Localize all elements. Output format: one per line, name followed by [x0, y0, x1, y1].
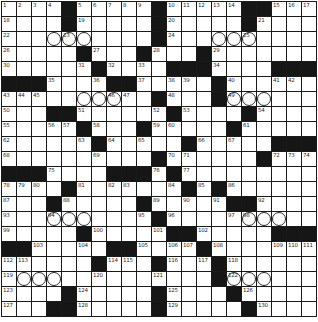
grid-cell[interactable]: 34 — [212, 62, 226, 76]
grid-cell[interactable] — [257, 47, 271, 61]
grid-cell[interactable]: 108 — [212, 242, 226, 256]
grid-cell[interactable] — [272, 212, 286, 226]
grid-cell[interactable]: 104 — [77, 242, 91, 256]
grid-cell[interactable] — [62, 137, 76, 151]
grid-cell[interactable] — [17, 287, 31, 301]
grid-cell[interactable] — [212, 107, 226, 121]
grid-cell[interactable] — [32, 257, 46, 271]
grid-cell[interactable] — [197, 167, 211, 181]
grid-cell[interactable] — [227, 32, 241, 46]
grid-cell[interactable] — [302, 212, 316, 226]
grid-cell[interactable] — [137, 272, 151, 286]
grid-cell[interactable] — [77, 257, 91, 271]
grid-cell[interactable] — [257, 242, 271, 256]
grid-cell[interactable]: 50 — [2, 107, 16, 121]
grid-cell[interactable] — [107, 272, 121, 286]
grid-cell[interactable]: 36 — [92, 77, 106, 91]
grid-cell[interactable]: 86 — [227, 182, 241, 196]
grid-cell[interactable] — [17, 122, 31, 136]
grid-cell[interactable] — [197, 107, 211, 121]
grid-cell[interactable]: 128 — [77, 302, 91, 316]
grid-cell[interactable] — [167, 137, 181, 151]
grid-cell[interactable] — [92, 167, 106, 181]
grid-cell[interactable]: 120 — [92, 272, 106, 286]
grid-cell[interactable]: 65 — [137, 137, 151, 151]
grid-cell[interactable] — [107, 47, 121, 61]
grid-cell[interactable]: 15 — [272, 2, 286, 16]
grid-cell[interactable]: 111 — [302, 242, 316, 256]
grid-cell[interactable]: 78 — [2, 182, 16, 196]
grid-cell[interactable] — [272, 122, 286, 136]
grid-cell[interactable] — [137, 287, 151, 301]
grid-cell[interactable] — [182, 257, 196, 271]
grid-cell[interactable]: 42 — [287, 77, 301, 91]
grid-cell[interactable]: 32 — [107, 62, 121, 76]
grid-cell[interactable] — [272, 257, 286, 271]
grid-cell[interactable] — [62, 167, 76, 181]
grid-cell[interactable] — [32, 32, 46, 46]
grid-cell[interactable]: 14 — [227, 2, 241, 16]
grid-cell[interactable] — [92, 32, 106, 46]
grid-cell[interactable] — [182, 212, 196, 226]
grid-cell[interactable]: 1 — [2, 2, 16, 16]
grid-cell[interactable] — [137, 92, 151, 106]
grid-cell[interactable] — [107, 302, 121, 316]
grid-cell[interactable] — [302, 107, 316, 121]
grid-cell[interactable] — [77, 92, 91, 106]
grid-cell[interactable] — [62, 227, 76, 241]
grid-cell[interactable]: 102 — [197, 227, 211, 241]
grid-cell[interactable] — [122, 212, 136, 226]
grid-cell[interactable] — [287, 167, 301, 181]
grid-cell[interactable] — [137, 182, 151, 196]
grid-cell[interactable] — [32, 122, 46, 136]
grid-cell[interactable]: 75 — [47, 167, 61, 181]
grid-cell[interactable]: 84 — [167, 182, 181, 196]
grid-cell[interactable]: 49 — [227, 92, 241, 106]
grid-cell[interactable]: 44 — [17, 92, 31, 106]
grid-cell[interactable] — [242, 257, 256, 271]
grid-cell[interactable] — [242, 167, 256, 181]
grid-cell[interactable] — [272, 107, 286, 121]
grid-cell[interactable] — [272, 197, 286, 211]
grid-cell[interactable] — [107, 212, 121, 226]
grid-cell[interactable] — [137, 17, 151, 31]
grid-cell[interactable] — [257, 272, 271, 286]
grid-cell[interactable] — [62, 152, 76, 166]
grid-cell[interactable]: 38 — [167, 77, 181, 91]
grid-cell[interactable] — [272, 182, 286, 196]
grid-cell[interactable]: 118 — [227, 257, 241, 271]
grid-cell[interactable] — [302, 92, 316, 106]
grid-cell[interactable]: 129 — [167, 302, 181, 316]
grid-cell[interactable] — [32, 47, 46, 61]
grid-cell[interactable] — [77, 212, 91, 226]
grid-cell[interactable] — [257, 62, 271, 76]
grid-cell[interactable]: 101 — [152, 227, 166, 241]
grid-cell[interactable] — [212, 137, 226, 151]
grid-cell[interactable]: 88 — [62, 197, 76, 211]
grid-cell[interactable] — [242, 182, 256, 196]
grid-cell[interactable]: 11 — [182, 2, 196, 16]
grid-cell[interactable]: 16 — [287, 2, 301, 16]
grid-cell[interactable]: 109 — [272, 242, 286, 256]
grid-cell[interactable] — [152, 62, 166, 76]
grid-cell[interactable]: 74 — [302, 152, 316, 166]
grid-cell[interactable]: 63 — [77, 137, 91, 151]
grid-cell[interactable] — [32, 137, 46, 151]
grid-cell[interactable]: 45 — [32, 92, 46, 106]
grid-cell[interactable] — [302, 167, 316, 181]
grid-cell[interactable] — [302, 182, 316, 196]
grid-cell[interactable]: 60 — [167, 122, 181, 136]
grid-cell[interactable] — [242, 227, 256, 241]
grid-cell[interactable] — [197, 272, 211, 286]
grid-cell[interactable] — [47, 182, 61, 196]
grid-cell[interactable] — [77, 77, 91, 91]
grid-cell[interactable]: 122 — [227, 272, 241, 286]
grid-cell[interactable] — [242, 77, 256, 91]
grid-cell[interactable] — [227, 242, 241, 256]
grid-cell[interactable]: 46 — [107, 92, 121, 106]
grid-cell[interactable]: 72 — [272, 152, 286, 166]
grid-cell[interactable] — [242, 272, 256, 286]
grid-cell[interactable]: 54 — [257, 107, 271, 121]
grid-cell[interactable] — [122, 197, 136, 211]
grid-cell[interactable] — [167, 197, 181, 211]
grid-cell[interactable] — [122, 152, 136, 166]
grid-cell[interactable] — [152, 182, 166, 196]
grid-cell[interactable] — [287, 257, 301, 271]
grid-cell[interactable] — [242, 62, 256, 76]
grid-cell[interactable]: 33 — [137, 62, 151, 76]
grid-cell[interactable]: 21 — [257, 17, 271, 31]
grid-cell[interactable] — [272, 47, 286, 61]
grid-cell[interactable] — [47, 62, 61, 76]
grid-cell[interactable] — [47, 92, 61, 106]
grid-cell[interactable]: 121 — [152, 272, 166, 286]
grid-cell[interactable]: 96 — [167, 212, 181, 226]
grid-cell[interactable] — [302, 77, 316, 91]
grid-cell[interactable] — [302, 17, 316, 31]
grid-cell[interactable] — [32, 197, 46, 211]
grid-cell[interactable] — [287, 17, 301, 31]
grid-cell[interactable]: 40 — [227, 77, 241, 91]
grid-cell[interactable] — [197, 212, 211, 226]
grid-cell[interactable] — [47, 287, 61, 301]
grid-cell[interactable] — [302, 272, 316, 286]
grid-cell[interactable]: 3 — [32, 2, 46, 16]
grid-cell[interactable]: 117 — [197, 257, 211, 271]
grid-cell[interactable]: 62 — [2, 137, 16, 151]
grid-cell[interactable]: 91 — [212, 197, 226, 211]
grid-cell[interactable]: 119 — [2, 272, 16, 286]
grid-cell[interactable] — [182, 32, 196, 46]
grid-cell[interactable] — [227, 152, 241, 166]
grid-cell[interactable]: 56 — [47, 122, 61, 136]
grid-cell[interactable] — [182, 92, 196, 106]
grid-cell[interactable]: 47 — [122, 92, 136, 106]
grid-cell[interactable] — [107, 122, 121, 136]
grid-cell[interactable] — [212, 212, 226, 226]
grid-cell[interactable]: 43 — [2, 92, 16, 106]
grid-cell[interactable]: 67 — [227, 137, 241, 151]
grid-cell[interactable]: 107 — [182, 242, 196, 256]
grid-cell[interactable] — [197, 287, 211, 301]
grid-cell[interactable]: 28 — [152, 47, 166, 61]
grid-cell[interactable] — [92, 287, 106, 301]
grid-cell[interactable] — [137, 32, 151, 46]
grid-cell[interactable] — [122, 122, 136, 136]
grid-cell[interactable] — [17, 302, 31, 316]
grid-cell[interactable]: 82 — [107, 182, 121, 196]
grid-cell[interactable] — [92, 107, 106, 121]
grid-cell[interactable] — [62, 47, 76, 61]
grid-cell[interactable]: 106 — [167, 242, 181, 256]
grid-cell[interactable] — [62, 62, 76, 76]
grid-cell[interactable] — [17, 272, 31, 286]
grid-cell[interactable] — [92, 212, 106, 226]
grid-cell[interactable] — [122, 47, 136, 61]
grid-cell[interactable]: 53 — [182, 107, 196, 121]
grid-cell[interactable]: 127 — [2, 302, 16, 316]
grid-cell[interactable] — [122, 302, 136, 316]
grid-cell[interactable]: 97 — [227, 212, 241, 226]
grid-cell[interactable] — [107, 197, 121, 211]
grid-cell[interactable]: 90 — [182, 197, 196, 211]
grid-cell[interactable] — [272, 32, 286, 46]
grid-cell[interactable]: 66 — [197, 137, 211, 151]
grid-cell[interactable]: 79 — [17, 182, 31, 196]
grid-cell[interactable]: 6 — [92, 2, 106, 16]
grid-cell[interactable] — [242, 47, 256, 61]
grid-cell[interactable] — [302, 47, 316, 61]
grid-cell[interactable] — [137, 107, 151, 121]
grid-cell[interactable] — [212, 17, 226, 31]
grid-cell[interactable]: 77 — [182, 167, 196, 181]
grid-cell[interactable]: 110 — [287, 242, 301, 256]
grid-cell[interactable] — [182, 122, 196, 136]
grid-cell[interactable]: 100 — [92, 227, 106, 241]
grid-cell[interactable]: 29 — [212, 47, 226, 61]
grid-cell[interactable] — [62, 92, 76, 106]
grid-cell[interactable]: 51 — [77, 107, 91, 121]
grid-cell[interactable] — [32, 302, 46, 316]
grid-cell[interactable]: 87 — [2, 197, 16, 211]
grid-cell[interactable] — [182, 17, 196, 31]
grid-cell[interactable]: 61 — [242, 122, 256, 136]
grid-cell[interactable] — [47, 152, 61, 166]
grid-cell[interactable] — [77, 272, 91, 286]
grid-cell[interactable]: 94 — [47, 212, 61, 226]
grid-cell[interactable] — [302, 197, 316, 211]
grid-cell[interactable]: 18 — [2, 17, 16, 31]
grid-cell[interactable] — [272, 17, 286, 31]
grid-cell[interactable] — [287, 122, 301, 136]
grid-cell[interactable] — [212, 287, 226, 301]
grid-cell[interactable]: 85 — [197, 182, 211, 196]
grid-cell[interactable] — [287, 212, 301, 226]
grid-cell[interactable] — [107, 152, 121, 166]
grid-cell[interactable] — [242, 137, 256, 151]
grid-cell[interactable]: 27 — [92, 47, 106, 61]
grid-cell[interactable]: 31 — [77, 62, 91, 76]
grid-cell[interactable] — [287, 32, 301, 46]
grid-cell[interactable] — [32, 287, 46, 301]
grid-cell[interactable] — [302, 122, 316, 136]
grid-cell[interactable] — [212, 302, 226, 316]
grid-cell[interactable] — [47, 137, 61, 151]
grid-cell[interactable] — [212, 122, 226, 136]
grid-cell[interactable]: 24 — [167, 32, 181, 46]
grid-cell[interactable] — [197, 32, 211, 46]
grid-cell[interactable] — [287, 302, 301, 316]
grid-cell[interactable]: 92 — [257, 197, 271, 211]
grid-cell[interactable]: 41 — [272, 77, 286, 91]
grid-cell[interactable] — [47, 242, 61, 256]
grid-cell[interactable] — [287, 182, 301, 196]
grid-cell[interactable] — [287, 272, 301, 286]
grid-cell[interactable] — [302, 287, 316, 301]
grid-cell[interactable]: 103 — [32, 242, 46, 256]
grid-cell[interactable] — [17, 107, 31, 121]
grid-cell[interactable] — [47, 32, 61, 46]
grid-cell[interactable] — [257, 167, 271, 181]
grid-cell[interactable]: 52 — [152, 107, 166, 121]
grid-cell[interactable] — [287, 107, 301, 121]
grid-cell[interactable] — [272, 167, 286, 181]
grid-cell[interactable]: 58 — [92, 122, 106, 136]
grid-cell[interactable] — [227, 227, 241, 241]
grid-cell[interactable] — [32, 152, 46, 166]
grid-cell[interactable]: 114 — [107, 257, 121, 271]
grid-cell[interactable] — [122, 32, 136, 46]
grid-cell[interactable]: 4 — [47, 2, 61, 16]
grid-cell[interactable]: 22 — [2, 32, 16, 46]
grid-cell[interactable]: 115 — [122, 257, 136, 271]
grid-cell[interactable] — [92, 182, 106, 196]
grid-cell[interactable] — [257, 32, 271, 46]
grid-cell[interactable] — [167, 47, 181, 61]
grid-cell[interactable] — [212, 167, 226, 181]
grid-cell[interactable] — [92, 302, 106, 316]
grid-cell[interactable] — [47, 47, 61, 61]
grid-cell[interactable] — [122, 107, 136, 121]
grid-cell[interactable]: 17 — [302, 2, 316, 16]
grid-cell[interactable] — [62, 77, 76, 91]
grid-cell[interactable] — [287, 197, 301, 211]
grid-cell[interactable] — [242, 92, 256, 106]
grid-cell[interactable] — [242, 152, 256, 166]
grid-cell[interactable]: 113 — [17, 257, 31, 271]
grid-cell[interactable] — [47, 17, 61, 31]
grid-cell[interactable] — [107, 32, 121, 46]
grid-cell[interactable]: 98 — [242, 212, 256, 226]
grid-cell[interactable]: 123 — [2, 287, 16, 301]
grid-cell[interactable]: 59 — [152, 122, 166, 136]
grid-cell[interactable] — [92, 242, 106, 256]
grid-cell[interactable]: 55 — [2, 122, 16, 136]
grid-cell[interactable] — [197, 92, 211, 106]
grid-cell[interactable]: 89 — [152, 197, 166, 211]
grid-cell[interactable]: 71 — [182, 152, 196, 166]
grid-cell[interactable]: 19 — [77, 17, 91, 31]
grid-cell[interactable]: 39 — [182, 77, 196, 91]
grid-cell[interactable] — [272, 287, 286, 301]
grid-cell[interactable] — [257, 182, 271, 196]
grid-cell[interactable]: 68 — [2, 152, 16, 166]
grid-cell[interactable]: 37 — [137, 77, 151, 91]
grid-cell[interactable] — [287, 287, 301, 301]
grid-cell[interactable] — [272, 302, 286, 316]
grid-cell[interactable] — [257, 92, 271, 106]
grid-cell[interactable] — [122, 227, 136, 241]
grid-cell[interactable]: 23 — [62, 32, 76, 46]
grid-cell[interactable] — [257, 137, 271, 151]
grid-cell[interactable] — [227, 302, 241, 316]
grid-cell[interactable]: 70 — [167, 152, 181, 166]
grid-cell[interactable] — [257, 257, 271, 271]
grid-cell[interactable] — [62, 242, 76, 256]
grid-cell[interactable] — [17, 197, 31, 211]
grid-cell[interactable] — [227, 107, 241, 121]
grid-cell[interactable]: 76 — [152, 167, 166, 181]
grid-cell[interactable]: 25 — [242, 32, 256, 46]
grid-cell[interactable]: 48 — [167, 92, 181, 106]
grid-cell[interactable] — [17, 152, 31, 166]
grid-cell[interactable]: 73 — [287, 152, 301, 166]
grid-cell[interactable] — [197, 302, 211, 316]
grid-cell[interactable] — [77, 152, 91, 166]
grid-cell[interactable]: 125 — [167, 287, 181, 301]
grid-cell[interactable] — [122, 137, 136, 151]
grid-cell[interactable] — [137, 302, 151, 316]
grid-cell[interactable]: 124 — [77, 287, 91, 301]
grid-cell[interactable]: 81 — [77, 182, 91, 196]
grid-cell[interactable] — [122, 287, 136, 301]
grid-cell[interactable] — [47, 272, 61, 286]
grid-cell[interactable]: 20 — [167, 17, 181, 31]
grid-cell[interactable]: 95 — [137, 212, 151, 226]
grid-cell[interactable] — [137, 257, 151, 271]
grid-cell[interactable] — [77, 197, 91, 211]
grid-cell[interactable] — [17, 32, 31, 46]
grid-cell[interactable] — [257, 227, 271, 241]
grid-cell[interactable] — [152, 242, 166, 256]
grid-cell[interactable] — [77, 32, 91, 46]
grid-cell[interactable]: 5 — [77, 2, 91, 16]
grid-cell[interactable] — [197, 17, 211, 31]
grid-cell[interactable] — [17, 137, 31, 151]
grid-cell[interactable] — [32, 17, 46, 31]
grid-cell[interactable] — [257, 77, 271, 91]
grid-cell[interactable] — [137, 227, 151, 241]
grid-cell[interactable]: 99 — [2, 227, 16, 241]
grid-cell[interactable] — [32, 62, 46, 76]
grid-cell[interactable] — [302, 257, 316, 271]
grid-cell[interactable] — [137, 152, 151, 166]
grid-cell[interactable] — [257, 212, 271, 226]
grid-cell[interactable]: 30 — [2, 62, 16, 76]
grid-cell[interactable] — [32, 107, 46, 121]
grid-cell[interactable] — [272, 92, 286, 106]
grid-cell[interactable] — [197, 77, 211, 91]
grid-cell[interactable] — [32, 212, 46, 226]
grid-cell[interactable]: 9 — [137, 2, 151, 16]
grid-cell[interactable] — [62, 212, 76, 226]
grid-cell[interactable] — [47, 227, 61, 241]
grid-cell[interactable]: 112 — [2, 257, 16, 271]
